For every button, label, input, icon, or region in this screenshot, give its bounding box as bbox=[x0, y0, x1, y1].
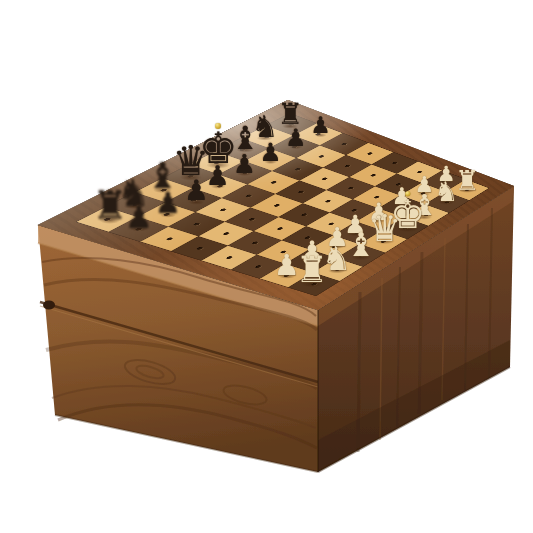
peg-hole bbox=[367, 152, 374, 155]
peg-hole bbox=[190, 198, 198, 201]
peg-hole bbox=[219, 208, 227, 211]
peg-hole bbox=[344, 164, 351, 167]
peg-hole bbox=[242, 171, 249, 174]
peg-hole bbox=[280, 250, 287, 253]
peg-hole bbox=[222, 232, 230, 235]
thumb-notch bbox=[43, 301, 55, 310]
peg-hole bbox=[395, 183, 401, 186]
peg-hole bbox=[351, 209, 358, 212]
peg-hole bbox=[373, 196, 380, 199]
peg-hole bbox=[417, 171, 423, 174]
peg-hole bbox=[245, 194, 252, 197]
peg-hole bbox=[331, 245, 338, 248]
peg-hole bbox=[226, 256, 234, 259]
peg-hole bbox=[251, 241, 258, 244]
peg-hole bbox=[370, 174, 377, 177]
peg-hole bbox=[132, 203, 140, 207]
peg-hole bbox=[276, 227, 283, 230]
peg-hole bbox=[341, 142, 348, 145]
peg-hole bbox=[315, 133, 322, 136]
peg-hole bbox=[321, 177, 328, 180]
peg-hole bbox=[267, 158, 274, 161]
peg-hole bbox=[392, 161, 398, 164]
peg-hole bbox=[288, 123, 295, 126]
peg-hole bbox=[283, 274, 290, 277]
peg-hole bbox=[196, 247, 204, 251]
peg-hole bbox=[103, 218, 111, 222]
peg-hole bbox=[193, 222, 201, 225]
peg-hole bbox=[264, 135, 271, 138]
peg-hole bbox=[377, 218, 384, 221]
peg-hole bbox=[160, 188, 168, 191]
peg-hole bbox=[380, 240, 387, 243]
peg-hole bbox=[304, 236, 311, 239]
peg-hole bbox=[328, 222, 335, 225]
peg-hole bbox=[291, 145, 298, 148]
peg-hole bbox=[301, 213, 308, 216]
peg-hole bbox=[307, 259, 314, 262]
peg-hole bbox=[294, 168, 301, 171]
peg-hole bbox=[248, 218, 255, 221]
peg-hole bbox=[255, 265, 262, 268]
peg-hole bbox=[402, 227, 408, 230]
peg-hole bbox=[441, 180, 447, 183]
peg-hole bbox=[239, 148, 246, 151]
peg-hole bbox=[216, 185, 224, 188]
peg-hole bbox=[464, 188, 470, 191]
peg-hole bbox=[187, 175, 195, 178]
photo-stage: ♜♟♞♟♝♟♚♟♛♟♟♝♜♟♟♞♟♞♟♝♜♟♚♟♟♛♟♝♟♞♟♜ bbox=[0, 0, 533, 533]
peg-hole bbox=[270, 181, 277, 184]
peg-hole bbox=[325, 200, 332, 203]
peg-hole bbox=[213, 161, 221, 164]
peg-hole bbox=[348, 187, 355, 190]
peg-hole bbox=[318, 155, 325, 158]
peg-hole bbox=[163, 213, 171, 217]
peg-hole bbox=[354, 231, 361, 234]
peg-hole bbox=[273, 204, 280, 207]
peg-hole bbox=[358, 254, 365, 257]
peg-hole bbox=[423, 213, 429, 216]
peg-hole bbox=[166, 237, 174, 241]
peg-hole bbox=[444, 201, 450, 204]
peg-hole bbox=[335, 268, 342, 271]
peg-hole bbox=[311, 282, 318, 285]
peg-hole bbox=[298, 190, 305, 193]
peg-hole bbox=[399, 205, 405, 208]
peg-hole bbox=[420, 192, 426, 195]
peg-hole bbox=[135, 227, 143, 231]
